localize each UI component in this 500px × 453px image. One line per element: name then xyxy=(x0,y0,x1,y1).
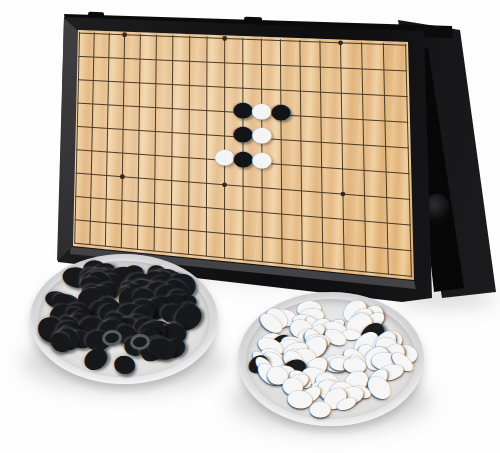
white-stone-pile: ●●●●●●●●●●●●●●●●●●●●●●●●●●●●●●●●●●●●●●●●… xyxy=(238,292,424,426)
black-stone-tray: ●●●●●●●●●●●●●●●●●●●●●●●●●●●●●●●●●●●●●●●●… xyxy=(30,254,218,384)
black-stone-pile: ●●●●●●●●●●●●●●●●●●●●●●●●●●●●●●●●●●●●●●●●… xyxy=(30,254,218,384)
tray-stone-white: ● xyxy=(308,397,332,418)
tray-stone-black: ● xyxy=(110,348,139,377)
white-stone-tray: ●●●●●●●●●●●●●●●●●●●●●●●●●●●●●●●●●●●●●●●●… xyxy=(238,292,424,426)
hinge-knuckle xyxy=(244,17,262,26)
product-photo-scene: ●●●●●●●● ●●●●●●●●●●●●●●●●●●●●●●●●●●●●●●●… xyxy=(0,0,500,453)
